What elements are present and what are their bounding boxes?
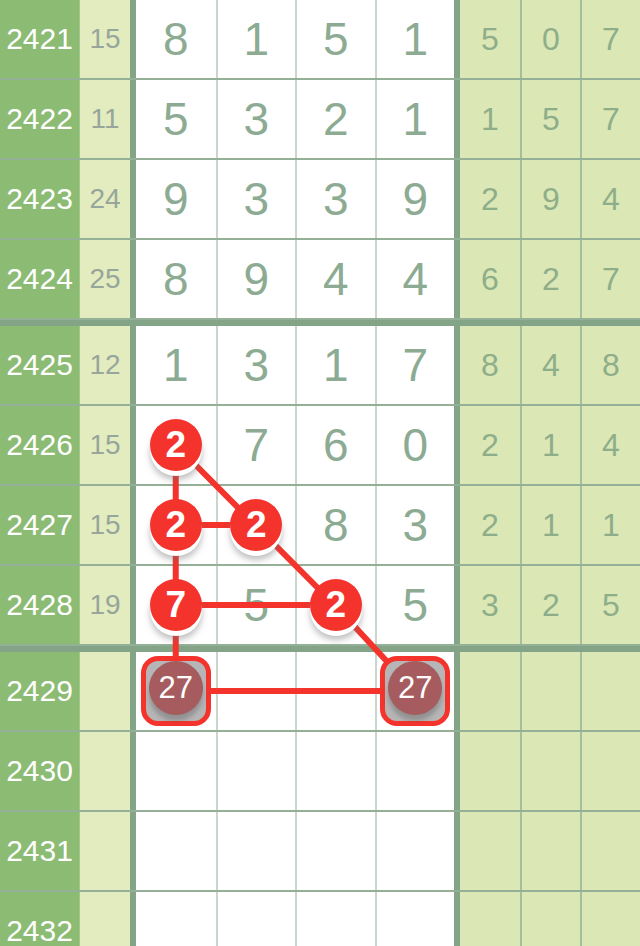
tail-cell-2425-2: 4 <box>520 326 580 404</box>
digit-cell-2432-4 <box>375 892 455 946</box>
tail-cell-2429-1 <box>460 652 520 730</box>
tail-cell-2432-1 <box>460 892 520 946</box>
tail-cell-2426-3: 4 <box>580 406 640 484</box>
tail-cell-2421-3: 7 <box>580 0 640 78</box>
tail-cell-2424-1: 6 <box>460 240 520 318</box>
issue-number: 2422 <box>0 80 80 158</box>
digit-cell-2430-4 <box>375 732 455 810</box>
digit-cell-2429-1: 27 <box>136 652 216 730</box>
row-2428: 2428197525325 <box>0 566 640 646</box>
tail-cell-2421-1: 5 <box>460 0 520 78</box>
issue-number: 2429 <box>0 652 80 730</box>
digit-cell-2427-3: 8 <box>295 486 375 564</box>
tail-cell-2431-2 <box>520 812 580 890</box>
row-2426: 2426152760214 <box>0 406 640 486</box>
boxed-sum-value: 27 <box>149 661 203 715</box>
digit-cell-2426-4: 0 <box>375 406 455 484</box>
digit-cell-2425-1: 1 <box>136 326 216 404</box>
digit-cell-2426-1: 2 <box>136 406 216 484</box>
row-2425: 2425121317848 <box>0 326 640 406</box>
digit-cell-2432-3 <box>295 892 375 946</box>
digit-cell-2427-1: 2 <box>136 486 216 564</box>
rows-container: 2421158151507242211532115724232493392942… <box>0 0 640 946</box>
tail-cell-2427-2: 1 <box>520 486 580 564</box>
digit-cell-2423-2: 3 <box>216 160 296 238</box>
tail-cell-2422-2: 5 <box>520 80 580 158</box>
tail-cell-2422-1: 1 <box>460 80 520 158</box>
lottery-trend-board: 2421158151507242211532115724232493392942… <box>0 0 640 946</box>
digit-cell-2431-1 <box>136 812 216 890</box>
digit-cell-2426-3: 6 <box>295 406 375 484</box>
row-2422: 2422115321157 <box>0 80 640 160</box>
row-2432: 2432 <box>0 892 640 946</box>
sum-value <box>80 812 130 890</box>
row-2427: 2427152283211 <box>0 486 640 566</box>
digit-cell-2423-3: 3 <box>295 160 375 238</box>
row-2423: 2423249339294 <box>0 160 640 240</box>
circled-digit-marker: 2 <box>310 579 362 631</box>
issue-number: 2425 <box>0 326 80 404</box>
digit-cell-2421-4: 1 <box>375 0 455 78</box>
digit-cell-2430-3 <box>295 732 375 810</box>
row-2430: 2430 <box>0 732 640 812</box>
tail-cell-2425-3: 8 <box>580 326 640 404</box>
tail-cell-2428-2: 2 <box>520 566 580 644</box>
sum-value: 15 <box>80 406 130 484</box>
digit-cell-2429-2 <box>216 652 296 730</box>
sum-value <box>80 652 130 730</box>
digit-cell-2429-4: 27 <box>375 652 455 730</box>
digit-cell-2432-1 <box>136 892 216 946</box>
digit-cell-2430-1 <box>136 732 216 810</box>
tail-cell-2430-2 <box>520 732 580 810</box>
tail-cell-2423-2: 9 <box>520 160 580 238</box>
digit-cell-2431-2 <box>216 812 296 890</box>
tail-cell-2428-3: 5 <box>580 566 640 644</box>
digit-cell-2422-1: 5 <box>136 80 216 158</box>
tail-cell-2422-3: 7 <box>580 80 640 158</box>
sum-value: 11 <box>80 80 130 158</box>
circled-digit-marker: 2 <box>150 419 202 471</box>
boxed-sum-marker: 27 <box>141 656 211 726</box>
boxed-sum-marker: 27 <box>380 656 450 726</box>
row-2431: 2431 <box>0 812 640 892</box>
tail-cell-2429-3 <box>580 652 640 730</box>
tail-cell-2426-2: 1 <box>520 406 580 484</box>
tail-cell-2427-3: 1 <box>580 486 640 564</box>
digit-cell-2427-2: 2 <box>216 486 296 564</box>
digit-cell-2425-4: 7 <box>375 326 455 404</box>
digit-cell-2424-3: 4 <box>295 240 375 318</box>
sum-value: 12 <box>80 326 130 404</box>
digit-cell-2421-2: 1 <box>216 0 296 78</box>
digit-cell-2428-4: 5 <box>375 566 455 644</box>
tail-cell-2431-1 <box>460 812 520 890</box>
circled-digit-marker: 2 <box>150 499 202 551</box>
digit-cell-2424-1: 8 <box>136 240 216 318</box>
circled-digit-marker: 2 <box>230 499 282 551</box>
issue-number: 2426 <box>0 406 80 484</box>
digit-cell-2432-2 <box>216 892 296 946</box>
tail-cell-2427-1: 2 <box>460 486 520 564</box>
tail-cell-2426-1: 2 <box>460 406 520 484</box>
sum-value: 19 <box>80 566 130 644</box>
digit-cell-2422-2: 3 <box>216 80 296 158</box>
issue-number: 2432 <box>0 892 80 946</box>
digit-cell-2424-4: 4 <box>375 240 455 318</box>
tail-cell-2428-1: 3 <box>460 566 520 644</box>
issue-number: 2431 <box>0 812 80 890</box>
issue-number: 2423 <box>0 160 80 238</box>
digit-cell-2425-2: 3 <box>216 326 296 404</box>
digit-cell-2431-4 <box>375 812 455 890</box>
digit-cell-2428-2: 5 <box>216 566 296 644</box>
digit-cell-2424-2: 9 <box>216 240 296 318</box>
boxed-sum-value: 27 <box>388 661 442 715</box>
digit-cell-2425-3: 1 <box>295 326 375 404</box>
sum-value <box>80 892 130 946</box>
issue-number: 2428 <box>0 566 80 644</box>
digit-cell-2421-3: 5 <box>295 0 375 78</box>
row-2424: 2424258944627 <box>0 240 640 320</box>
issue-number: 2427 <box>0 486 80 564</box>
tail-cell-2423-3: 4 <box>580 160 640 238</box>
digit-cell-2430-2 <box>216 732 296 810</box>
digit-cell-2429-3 <box>295 652 375 730</box>
tail-cell-2432-3 <box>580 892 640 946</box>
tail-cell-2424-2: 2 <box>520 240 580 318</box>
circled-digit-marker: 7 <box>150 579 202 631</box>
sum-value: 24 <box>80 160 130 238</box>
tail-cell-2423-1: 2 <box>460 160 520 238</box>
tail-cell-2430-3 <box>580 732 640 810</box>
row-2429: 24292727 <box>0 652 640 732</box>
digit-cell-2428-3: 2 <box>295 566 375 644</box>
sum-value <box>80 732 130 810</box>
digit-cell-2422-4: 1 <box>375 80 455 158</box>
issue-number: 2424 <box>0 240 80 318</box>
row-2421: 2421158151507 <box>0 0 640 80</box>
digit-cell-2422-3: 2 <box>295 80 375 158</box>
tail-cell-2421-2: 0 <box>520 0 580 78</box>
tail-cell-2429-2 <box>520 652 580 730</box>
issue-number: 2430 <box>0 732 80 810</box>
sum-value: 25 <box>80 240 130 318</box>
sum-value: 15 <box>80 486 130 564</box>
tail-cell-2432-2 <box>520 892 580 946</box>
digit-cell-2421-1: 8 <box>136 0 216 78</box>
digit-cell-2423-1: 9 <box>136 160 216 238</box>
tail-cell-2431-3 <box>580 812 640 890</box>
digit-cell-2427-4: 3 <box>375 486 455 564</box>
sum-value: 15 <box>80 0 130 78</box>
tail-cell-2424-3: 7 <box>580 240 640 318</box>
issue-number: 2421 <box>0 0 80 78</box>
digit-cell-2428-1: 7 <box>136 566 216 644</box>
digit-cell-2423-4: 9 <box>375 160 455 238</box>
tail-cell-2425-1: 8 <box>460 326 520 404</box>
digit-cell-2431-3 <box>295 812 375 890</box>
tail-cell-2430-1 <box>460 732 520 810</box>
digit-cell-2426-2: 7 <box>216 406 296 484</box>
